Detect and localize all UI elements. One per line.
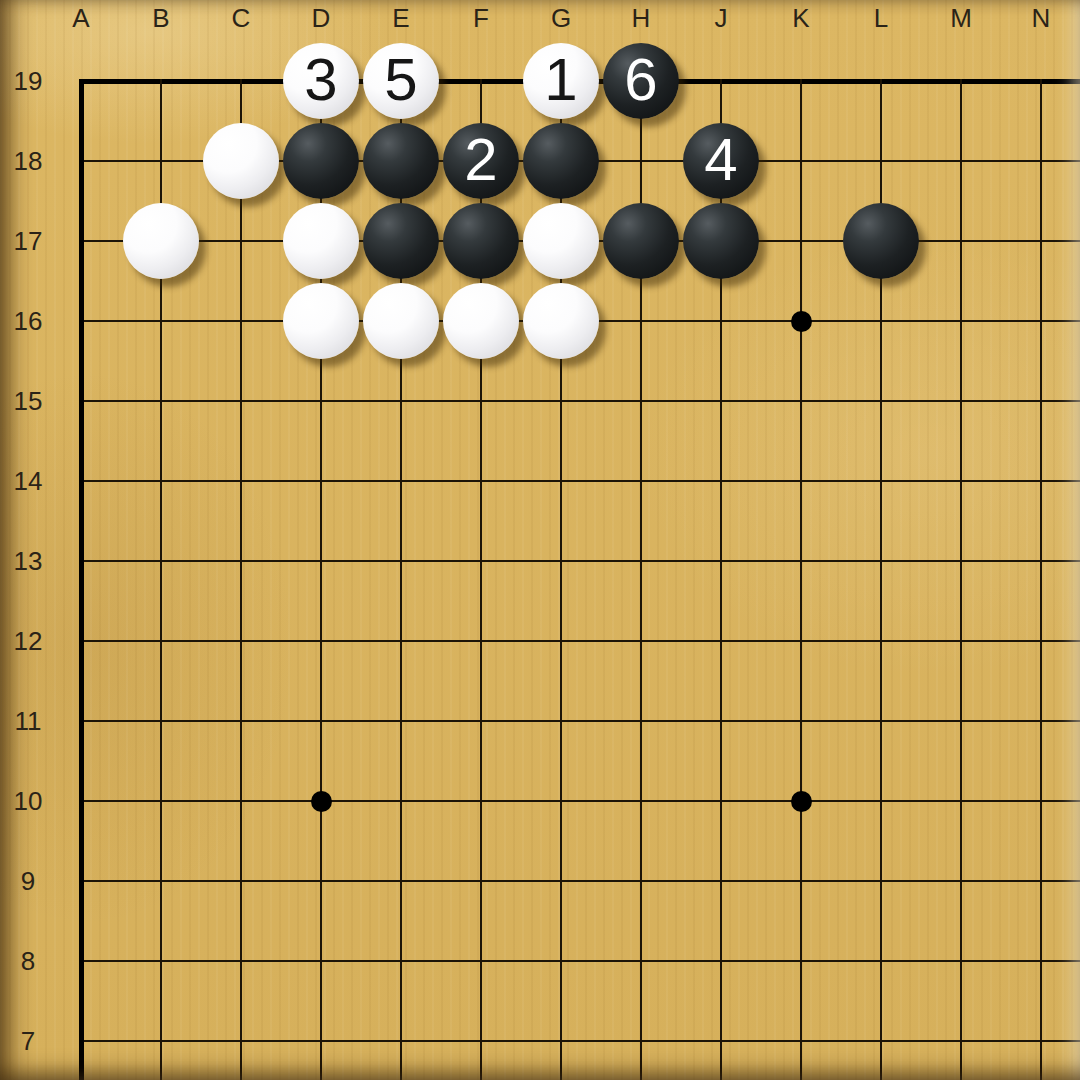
grid-line-vertical [720, 280, 722, 362]
point-D19[interactable]: 3 [281, 41, 361, 121]
grid-line-horizontal [79, 79, 122, 84]
grid-line-vertical [79, 280, 84, 362]
point-N16[interactable] [1001, 281, 1080, 361]
grid-line-vertical [1040, 760, 1042, 842]
point-D12[interactable] [281, 601, 361, 681]
grid-line-vertical [79, 600, 84, 682]
point-G18[interactable] [521, 121, 601, 201]
grid-line-vertical [800, 440, 802, 522]
grid-line-vertical [960, 360, 962, 442]
point-E11[interactable] [361, 681, 441, 761]
stone-black-L17 [843, 203, 919, 279]
grid-line-horizontal [79, 560, 122, 562]
point-D15[interactable] [281, 361, 361, 441]
point-M11[interactable] [921, 681, 1001, 761]
point-C12[interactable] [201, 601, 281, 681]
grid-line-vertical [800, 520, 802, 602]
col-label-J: J [681, 2, 761, 34]
col-label-M: M [921, 2, 1001, 34]
point-B16[interactable] [121, 281, 201, 361]
point-L11[interactable] [841, 681, 921, 761]
point-N11[interactable] [1001, 681, 1080, 761]
point-M12[interactable] [921, 601, 1001, 681]
point-K13[interactable] [761, 521, 841, 601]
point-E15[interactable] [361, 361, 441, 441]
stone-white-D16 [283, 283, 359, 359]
point-G16[interactable] [521, 281, 601, 361]
grid-line-vertical [1040, 680, 1042, 762]
point-C8[interactable] [201, 921, 281, 1001]
move-number: 3 [304, 50, 337, 110]
grid-line-vertical [720, 600, 722, 682]
grid-line-vertical [1040, 120, 1042, 202]
point-K18[interactable] [761, 121, 841, 201]
row-label-10: 10 [2, 761, 54, 841]
point-K7[interactable] [761, 1001, 841, 1080]
grid-line-vertical [880, 600, 882, 682]
point-H19[interactable]: 6 [601, 41, 681, 121]
point-B8[interactable] [121, 921, 201, 1001]
grid-line-vertical [79, 920, 84, 1002]
grid-line-vertical [720, 1000, 722, 1080]
point-M14[interactable] [921, 441, 1001, 521]
grid-line-vertical [240, 920, 242, 1002]
point-C16[interactable] [201, 281, 281, 361]
point-B11[interactable] [121, 681, 201, 761]
point-G15[interactable] [521, 361, 601, 441]
grid-line-vertical [960, 280, 962, 362]
grid-line-vertical [79, 200, 84, 282]
point-N14[interactable] [1001, 441, 1080, 521]
point-F19[interactable] [441, 41, 521, 121]
point-G9[interactable] [521, 841, 601, 921]
point-N17[interactable] [1001, 201, 1080, 281]
grid-line-vertical [400, 840, 402, 922]
point-J19[interactable] [681, 41, 761, 121]
point-L10[interactable] [841, 761, 921, 841]
col-label-A: A [41, 2, 121, 34]
point-J8[interactable] [681, 921, 761, 1001]
grid-line-vertical [160, 760, 162, 842]
point-C15[interactable] [201, 361, 281, 441]
point-L9[interactable] [841, 841, 921, 921]
point-M16[interactable] [921, 281, 1001, 361]
point-D8[interactable] [281, 921, 361, 1001]
point-G10[interactable] [521, 761, 601, 841]
grid-line-vertical [640, 280, 642, 362]
row-label-11: 11 [2, 681, 54, 761]
grid-line-vertical [480, 600, 482, 682]
grid-line-vertical [240, 79, 242, 122]
row-label-8: 8 [2, 921, 54, 1001]
point-N18[interactable] [1001, 121, 1080, 201]
point-C14[interactable] [201, 441, 281, 521]
point-F12[interactable] [441, 601, 521, 681]
point-H10[interactable] [601, 761, 681, 841]
point-E12[interactable] [361, 601, 441, 681]
row-label-7: 7 [2, 1001, 54, 1080]
grid-line-vertical [160, 520, 162, 602]
grid-line-vertical [880, 760, 882, 842]
point-G8[interactable] [521, 921, 601, 1001]
grid-line-vertical [160, 1000, 162, 1080]
grid-line-vertical [880, 120, 882, 202]
point-H11[interactable] [601, 681, 681, 761]
col-label-N: N [1001, 2, 1080, 34]
point-C19[interactable] [201, 41, 281, 121]
grid-line-vertical [240, 280, 242, 362]
point-J7[interactable] [681, 1001, 761, 1080]
point-G13[interactable] [521, 521, 601, 601]
star-point-D10 [311, 791, 332, 812]
point-D9[interactable] [281, 841, 361, 921]
point-E13[interactable] [361, 521, 441, 601]
grid-line-vertical [880, 920, 882, 1002]
row-label-9: 9 [2, 841, 54, 921]
point-F17[interactable] [441, 201, 521, 281]
col-label-K: K [761, 2, 841, 34]
point-D13[interactable] [281, 521, 361, 601]
point-H9[interactable] [601, 841, 681, 921]
point-M9[interactable] [921, 841, 1001, 921]
grid-line-vertical [480, 920, 482, 1002]
grid-line-vertical [640, 120, 642, 202]
point-J10[interactable] [681, 761, 761, 841]
point-K8[interactable] [761, 921, 841, 1001]
grid-line-vertical [1040, 520, 1042, 602]
point-E17[interactable] [361, 201, 441, 281]
grid-line-vertical [720, 440, 722, 522]
point-F8[interactable] [441, 921, 521, 1001]
point-H7[interactable] [601, 1001, 681, 1080]
point-N10[interactable] [1001, 761, 1080, 841]
grid-line-vertical [800, 840, 802, 922]
grid-line-vertical [320, 520, 322, 602]
point-J17[interactable] [681, 201, 761, 281]
point-E8[interactable] [361, 921, 441, 1001]
grid-line-vertical [240, 1000, 242, 1080]
point-C10[interactable] [201, 761, 281, 841]
grid-line-vertical [79, 520, 84, 602]
point-D16[interactable] [281, 281, 361, 361]
point-K9[interactable] [761, 841, 841, 921]
point-C18[interactable] [201, 121, 281, 201]
grid-line-vertical [480, 440, 482, 522]
col-label-B: B [121, 2, 201, 34]
point-J9[interactable] [681, 841, 761, 921]
point-M10[interactable] [921, 761, 1001, 841]
grid-line-vertical [400, 920, 402, 1002]
grid-line-vertical [640, 440, 642, 522]
stone-black-H17 [603, 203, 679, 279]
go-board-screen: ABCDEFGHJKLMN 19181716151413121110987 35… [0, 0, 1080, 1080]
point-M8[interactable] [921, 921, 1001, 1001]
point-K15[interactable] [761, 361, 841, 441]
point-F11[interactable] [441, 681, 521, 761]
point-H8[interactable] [601, 921, 681, 1001]
point-B18[interactable] [121, 121, 201, 201]
point-J18[interactable]: 4 [681, 121, 761, 201]
point-N13[interactable] [1001, 521, 1080, 601]
point-B15[interactable] [121, 361, 201, 441]
point-E14[interactable] [361, 441, 441, 521]
point-L8[interactable] [841, 921, 921, 1001]
point-H12[interactable] [601, 601, 681, 681]
point-N7[interactable] [1001, 1001, 1080, 1080]
move-number: 5 [384, 50, 417, 110]
grid-line-horizontal [79, 720, 122, 722]
grid-line-vertical [400, 360, 402, 442]
grid-line-vertical [160, 79, 162, 122]
point-C17[interactable] [201, 201, 281, 281]
point-G17[interactable] [521, 201, 601, 281]
grid-line-vertical [880, 79, 882, 122]
point-F13[interactable] [441, 521, 521, 601]
go-board: 351624 [41, 41, 1080, 1080]
grid-line-vertical [880, 520, 882, 602]
point-F16[interactable] [441, 281, 521, 361]
col-label-G: G [521, 2, 601, 34]
point-B19[interactable] [121, 41, 201, 121]
point-K14[interactable] [761, 441, 841, 521]
grid-line-horizontal [79, 320, 122, 322]
point-K12[interactable] [761, 601, 841, 681]
grid-line-vertical [160, 680, 162, 762]
grid-line-vertical [560, 920, 562, 1002]
grid-line-vertical [160, 360, 162, 442]
grid-line-vertical [1040, 920, 1042, 1002]
point-M18[interactable] [921, 121, 1001, 201]
col-label-C: C [201, 2, 281, 34]
point-D11[interactable] [281, 681, 361, 761]
point-B13[interactable] [121, 521, 201, 601]
point-K19[interactable] [761, 41, 841, 121]
grid-line-vertical [480, 79, 482, 122]
grid-line-vertical [1040, 1000, 1042, 1080]
grid-line-vertical [560, 680, 562, 762]
grid-line-vertical [640, 680, 642, 762]
point-J14[interactable] [681, 441, 761, 521]
grid-line-vertical [960, 920, 962, 1002]
grid-line-vertical [640, 840, 642, 922]
grid-line-vertical [960, 600, 962, 682]
grid-line-vertical [960, 79, 962, 122]
point-L16[interactable] [841, 281, 921, 361]
grid-line-vertical [480, 360, 482, 442]
point-L12[interactable] [841, 601, 921, 681]
col-label-F: F [441, 2, 521, 34]
grid-line-vertical [320, 600, 322, 682]
point-H17[interactable] [601, 201, 681, 281]
grid-line-vertical [160, 600, 162, 682]
grid-line-vertical [320, 360, 322, 442]
row-label-16: 16 [2, 281, 54, 361]
grid-line-vertical [640, 520, 642, 602]
point-L15[interactable] [841, 361, 921, 441]
grid-line-vertical [400, 680, 402, 762]
point-F18[interactable]: 2 [441, 121, 521, 201]
point-G19[interactable]: 1 [521, 41, 601, 121]
stone-black-E17 [363, 203, 439, 279]
point-L13[interactable] [841, 521, 921, 601]
point-M13[interactable] [921, 521, 1001, 601]
point-N15[interactable] [1001, 361, 1080, 441]
point-F9[interactable] [441, 841, 521, 921]
point-K10[interactable] [761, 761, 841, 841]
stone-black-F18: 2 [443, 123, 519, 199]
grid-line-vertical [640, 920, 642, 1002]
point-D17[interactable] [281, 201, 361, 281]
grid-line-vertical [960, 680, 962, 762]
point-M17[interactable] [921, 201, 1001, 281]
point-N19[interactable] [1001, 41, 1080, 121]
grid-line-horizontal [79, 480, 122, 482]
point-H18[interactable] [601, 121, 681, 201]
grid-line-vertical [960, 440, 962, 522]
point-F10[interactable] [441, 761, 521, 841]
point-H13[interactable] [601, 521, 681, 601]
grid-line-vertical [160, 840, 162, 922]
point-E16[interactable] [361, 281, 441, 361]
point-D7[interactable] [281, 1001, 361, 1080]
point-G12[interactable] [521, 601, 601, 681]
grid-line-vertical [640, 760, 642, 842]
point-K16[interactable] [761, 281, 841, 361]
grid-line-vertical [1040, 360, 1042, 442]
grid-line-vertical [560, 440, 562, 522]
grid-line-vertical [560, 1000, 562, 1080]
point-G11[interactable] [521, 681, 601, 761]
grid-line-vertical [960, 760, 962, 842]
point-G14[interactable] [521, 441, 601, 521]
point-H16[interactable] [601, 281, 681, 361]
grid-line-horizontal [79, 160, 122, 162]
grid-line-vertical [79, 1000, 84, 1080]
point-E7[interactable] [361, 1001, 441, 1080]
col-label-H: H [601, 2, 681, 34]
grid-line-vertical [960, 200, 962, 282]
point-L14[interactable] [841, 441, 921, 521]
point-E19[interactable]: 5 [361, 41, 441, 121]
grid-line-vertical [880, 280, 882, 362]
point-M19[interactable] [921, 41, 1001, 121]
point-C11[interactable] [201, 681, 281, 761]
grid-line-vertical [320, 840, 322, 922]
stone-black-F17 [443, 203, 519, 279]
point-K17[interactable] [761, 201, 841, 281]
point-B10[interactable] [121, 761, 201, 841]
point-B9[interactable] [121, 841, 201, 921]
grid-line-vertical [800, 680, 802, 762]
grid-line-vertical [240, 760, 242, 842]
point-C9[interactable] [201, 841, 281, 921]
point-J13[interactable] [681, 521, 761, 601]
point-L19[interactable] [841, 41, 921, 121]
grid-line-vertical [480, 520, 482, 602]
point-D18[interactable] [281, 121, 361, 201]
grid-line-vertical [240, 600, 242, 682]
point-L17[interactable] [841, 201, 921, 281]
point-E10[interactable] [361, 761, 441, 841]
grid-line-vertical [800, 360, 802, 442]
point-J16[interactable] [681, 281, 761, 361]
point-H15[interactable] [601, 361, 681, 441]
grid-line-vertical [560, 840, 562, 922]
grid-line-vertical [640, 1000, 642, 1080]
grid-line-horizontal [79, 960, 122, 962]
grid-line-vertical [800, 920, 802, 1002]
grid-line-vertical [560, 600, 562, 682]
grid-line-vertical [480, 760, 482, 842]
point-J12[interactable] [681, 601, 761, 681]
grid-line-vertical [240, 200, 242, 282]
grid-line-vertical [720, 840, 722, 922]
move-number: 4 [704, 130, 737, 190]
grid-line-vertical [480, 1000, 482, 1080]
grid-line-vertical [240, 440, 242, 522]
grid-line-vertical [240, 840, 242, 922]
point-M15[interactable] [921, 361, 1001, 441]
grid-line-vertical [320, 920, 322, 1002]
grid-line-vertical [880, 840, 882, 922]
point-H14[interactable] [601, 441, 681, 521]
grid-line-vertical [400, 600, 402, 682]
grid-line-vertical [160, 120, 162, 202]
point-B7[interactable] [121, 1001, 201, 1080]
grid-line-vertical [560, 520, 562, 602]
grid-line-horizontal [79, 880, 122, 882]
point-D14[interactable] [281, 441, 361, 521]
point-F15[interactable] [441, 361, 521, 441]
grid-line-horizontal [79, 640, 122, 642]
point-J15[interactable] [681, 361, 761, 441]
grid-line-vertical [160, 440, 162, 522]
point-B17[interactable] [121, 201, 201, 281]
point-C13[interactable] [201, 521, 281, 601]
grid-line-vertical [880, 360, 882, 442]
point-F14[interactable] [441, 441, 521, 521]
point-E18[interactable] [361, 121, 441, 201]
point-M7[interactable] [921, 1001, 1001, 1080]
point-B12[interactable] [121, 601, 201, 681]
move-number: 6 [624, 50, 657, 110]
point-B14[interactable] [121, 441, 201, 521]
grid-line-vertical [79, 360, 84, 442]
grid-line-vertical [960, 1000, 962, 1080]
star-point-K10 [791, 791, 812, 812]
grid-line-vertical [640, 360, 642, 442]
point-C7[interactable] [201, 1001, 281, 1080]
point-F7[interactable] [441, 1001, 521, 1080]
point-N9[interactable] [1001, 841, 1080, 921]
point-N12[interactable] [1001, 601, 1080, 681]
grid-line-vertical [880, 440, 882, 522]
point-J11[interactable] [681, 681, 761, 761]
stone-white-G16 [523, 283, 599, 359]
point-L18[interactable] [841, 121, 921, 201]
point-N8[interactable] [1001, 921, 1080, 1001]
point-L7[interactable] [841, 1001, 921, 1080]
grid-line-vertical [400, 520, 402, 602]
point-E9[interactable] [361, 841, 441, 921]
point-K11[interactable] [761, 681, 841, 761]
point-G7[interactable] [521, 1001, 601, 1080]
grid-line-vertical [79, 79, 84, 122]
grid-line-vertical [1040, 79, 1042, 122]
stone-black-E18 [363, 123, 439, 199]
point-D10[interactable] [281, 761, 361, 841]
col-label-D: D [281, 2, 361, 34]
